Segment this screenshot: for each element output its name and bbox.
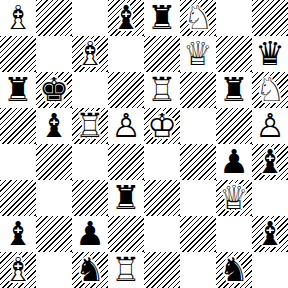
square-g6[interactable]: ♜ [216,72,252,108]
square-a1[interactable]: ♝♗ [0,252,36,288]
square-b7[interactable] [36,36,72,72]
piece-white-rook[interactable]: ♜♖ [144,72,180,108]
piece-white-bishop[interactable]: ♝♗ [0,0,36,36]
piece-glyph-fill: ♛ [252,36,288,72]
piece-glyph-outline: ♕ [216,180,252,216]
square-g1[interactable]: ♞ [216,252,252,288]
square-e7[interactable] [144,36,180,72]
piece-white-bishop[interactable]: ♝♗ [72,36,108,72]
piece-black-pawn[interactable]: ♟ [216,144,252,180]
square-h3[interactable] [252,180,288,216]
square-e8[interactable]: ♜ [144,0,180,36]
square-b8[interactable] [36,0,72,36]
square-a5[interactable] [0,108,36,144]
square-e4[interactable] [144,144,180,180]
piece-black-king[interactable]: ♚ [36,72,72,108]
square-e5[interactable]: ♚♔ [144,108,180,144]
square-g8[interactable] [216,0,252,36]
square-h5[interactable]: ♟♙ [252,108,288,144]
piece-glyph-fill: ♝ [252,216,288,252]
piece-glyph-outline: ♕ [180,36,216,72]
square-d7[interactable] [108,36,144,72]
square-g4[interactable]: ♟ [216,144,252,180]
piece-black-bishop[interactable]: ♝ [0,216,36,252]
square-h8[interactable] [252,0,288,36]
piece-white-queen[interactable]: ♛♕ [180,36,216,72]
square-a8[interactable]: ♝♗ [0,0,36,36]
piece-glyph-fill: ♜ [108,180,144,216]
square-f3[interactable] [180,180,216,216]
square-d4[interactable] [108,144,144,180]
piece-glyph-outline: ♖ [72,108,108,144]
square-f7[interactable]: ♛♕ [180,36,216,72]
square-g2[interactable] [216,216,252,252]
piece-glyph-fill: ♜ [144,0,180,36]
square-g7[interactable] [216,36,252,72]
piece-glyph-outline: ♖ [108,252,144,288]
square-a7[interactable] [0,36,36,72]
square-g3[interactable]: ♛♕ [216,180,252,216]
square-c5[interactable]: ♜♖ [72,108,108,144]
piece-black-knight[interactable]: ♞ [72,252,108,288]
square-f8[interactable]: ♞♘ [180,0,216,36]
square-f4[interactable] [180,144,216,180]
piece-black-bishop[interactable]: ♝ [252,144,288,180]
square-c7[interactable]: ♝♗ [72,36,108,72]
piece-glyph-outline: ♔ [144,108,180,144]
piece-glyph-fill: ♞ [216,252,252,288]
square-b4[interactable] [36,144,72,180]
square-h6[interactable]: ♞♘ [252,72,288,108]
square-b5[interactable]: ♝ [36,108,72,144]
piece-glyph-outline: ♗ [0,0,36,36]
square-d2[interactable] [108,216,144,252]
piece-glyph-fill: ♚ [36,72,72,108]
piece-glyph-fill: ♞ [72,252,108,288]
piece-glyph-fill: ♟ [72,216,108,252]
square-e1[interactable] [144,252,180,288]
square-f2[interactable] [180,216,216,252]
piece-glyph-outline: ♖ [144,72,180,108]
square-d3[interactable]: ♜ [108,180,144,216]
piece-black-queen[interactable]: ♛ [252,36,288,72]
square-e2[interactable] [144,216,180,252]
square-c3[interactable] [72,180,108,216]
piece-black-pawn[interactable]: ♟ [72,216,108,252]
square-d6[interactable] [108,72,144,108]
square-h2[interactable]: ♝ [252,216,288,252]
piece-glyph-outline: ♘ [252,72,288,108]
piece-glyph-outline: ♙ [108,108,144,144]
piece-black-bishop[interactable]: ♝ [252,216,288,252]
piece-glyph-fill: ♝ [36,108,72,144]
square-e6[interactable]: ♜♖ [144,72,180,108]
square-f1[interactable] [180,252,216,288]
square-c2[interactable]: ♟ [72,216,108,252]
chess-board: ♝♗♝♜♞♘♝♗♛♕♛♜♚♜♖♜♞♘♝♜♖♟♙♚♔♟♙♟♝♜♛♕♝♟♝♝♗♞♜♖… [0,0,288,288]
square-f6[interactable] [180,72,216,108]
piece-white-knight[interactable]: ♞♘ [252,72,288,108]
piece-white-bishop[interactable]: ♝♗ [0,252,36,288]
piece-white-rook[interactable]: ♜♖ [72,108,108,144]
piece-glyph-fill: ♝ [108,0,144,36]
piece-glyph-fill: ♝ [0,216,36,252]
square-d1[interactable]: ♜♖ [108,252,144,288]
square-h4[interactable]: ♝ [252,144,288,180]
piece-black-bishop[interactable]: ♝ [108,0,144,36]
piece-black-rook[interactable]: ♜ [108,180,144,216]
piece-black-bishop[interactable]: ♝ [36,108,72,144]
piece-glyph-fill: ♝ [252,144,288,180]
square-b3[interactable] [36,180,72,216]
square-c8[interactable] [72,0,108,36]
piece-black-rook[interactable]: ♜ [0,72,36,108]
piece-glyph-fill: ♟ [216,144,252,180]
square-c4[interactable] [72,144,108,180]
square-b2[interactable] [36,216,72,252]
square-g5[interactable] [216,108,252,144]
square-b6[interactable]: ♚ [36,72,72,108]
square-a2[interactable]: ♝ [0,216,36,252]
piece-glyph-fill: ♜ [0,72,36,108]
piece-white-rook[interactable]: ♜♖ [108,252,144,288]
square-a4[interactable] [0,144,36,180]
piece-black-knight[interactable]: ♞ [216,252,252,288]
square-e3[interactable] [144,180,180,216]
square-a6[interactable]: ♜ [0,72,36,108]
square-d8[interactable]: ♝ [108,0,144,36]
square-c1[interactable]: ♞ [72,252,108,288]
piece-black-rook[interactable]: ♜ [144,0,180,36]
piece-white-pawn[interactable]: ♟♙ [252,108,288,144]
piece-glyph-fill: ♜ [216,72,252,108]
piece-black-rook[interactable]: ♜ [216,72,252,108]
piece-white-knight[interactable]: ♞♘ [180,0,216,36]
square-a3[interactable] [0,180,36,216]
square-b1[interactable] [36,252,72,288]
piece-glyph-outline: ♙ [252,108,288,144]
piece-white-king[interactable]: ♚♔ [144,108,180,144]
piece-glyph-outline: ♘ [180,0,216,36]
square-d5[interactable]: ♟♙ [108,108,144,144]
square-h1[interactable] [252,252,288,288]
piece-white-pawn[interactable]: ♟♙ [108,108,144,144]
piece-glyph-outline: ♗ [0,252,36,288]
square-f5[interactable] [180,108,216,144]
piece-glyph-outline: ♗ [72,36,108,72]
square-c6[interactable] [72,72,108,108]
square-h7[interactable]: ♛ [252,36,288,72]
piece-white-queen[interactable]: ♛♕ [216,180,252,216]
